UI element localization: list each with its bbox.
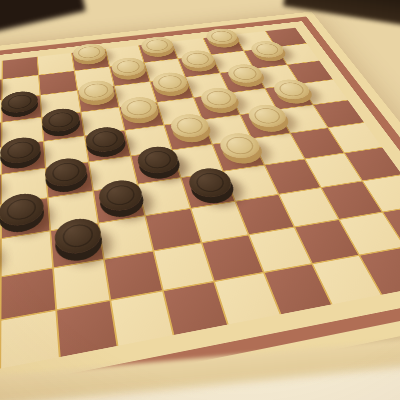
- perspective-wrapper: [0, 0, 400, 400]
- checkers-board: [0, 12, 400, 400]
- photo-scene: [0, 0, 400, 400]
